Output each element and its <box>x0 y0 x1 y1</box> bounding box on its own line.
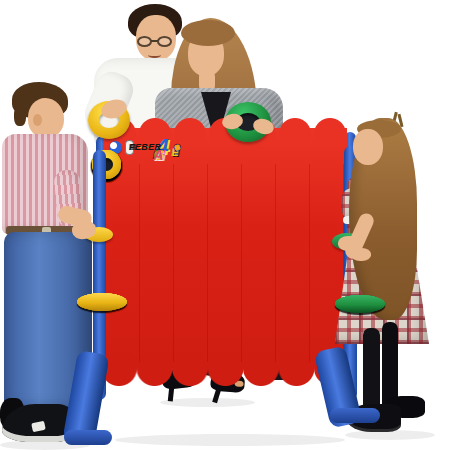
girl-face <box>353 129 383 165</box>
yellow-tray-disc <box>77 293 127 311</box>
board-floor-shadow <box>115 434 345 446</box>
woman-fringe <box>181 20 235 46</box>
boy-sideburn <box>14 106 26 126</box>
glasses-icon <box>137 36 152 47</box>
left-base-foot <box>64 430 112 445</box>
board-banner: ▦ FEBER ~ ~ MEGA 4 IN LINE <box>109 133 341 161</box>
confetti-icon <box>174 144 180 150</box>
board-grid <box>106 164 344 362</box>
scene-giant-connect-four: ▦ FEBER ~ ~ MEGA 4 IN LINE <box>0 0 450 450</box>
green-tray-disc <box>335 295 385 313</box>
feber-logo: ▦ FEBER <box>125 140 134 155</box>
connect-four-board: ▦ FEBER ~ ~ MEGA 4 IN LINE <box>103 128 347 368</box>
girl-hand-on-disc <box>351 248 371 261</box>
boy-ear <box>33 114 42 126</box>
right-base-foot <box>330 408 380 423</box>
banner-letter: A <box>154 147 165 163</box>
